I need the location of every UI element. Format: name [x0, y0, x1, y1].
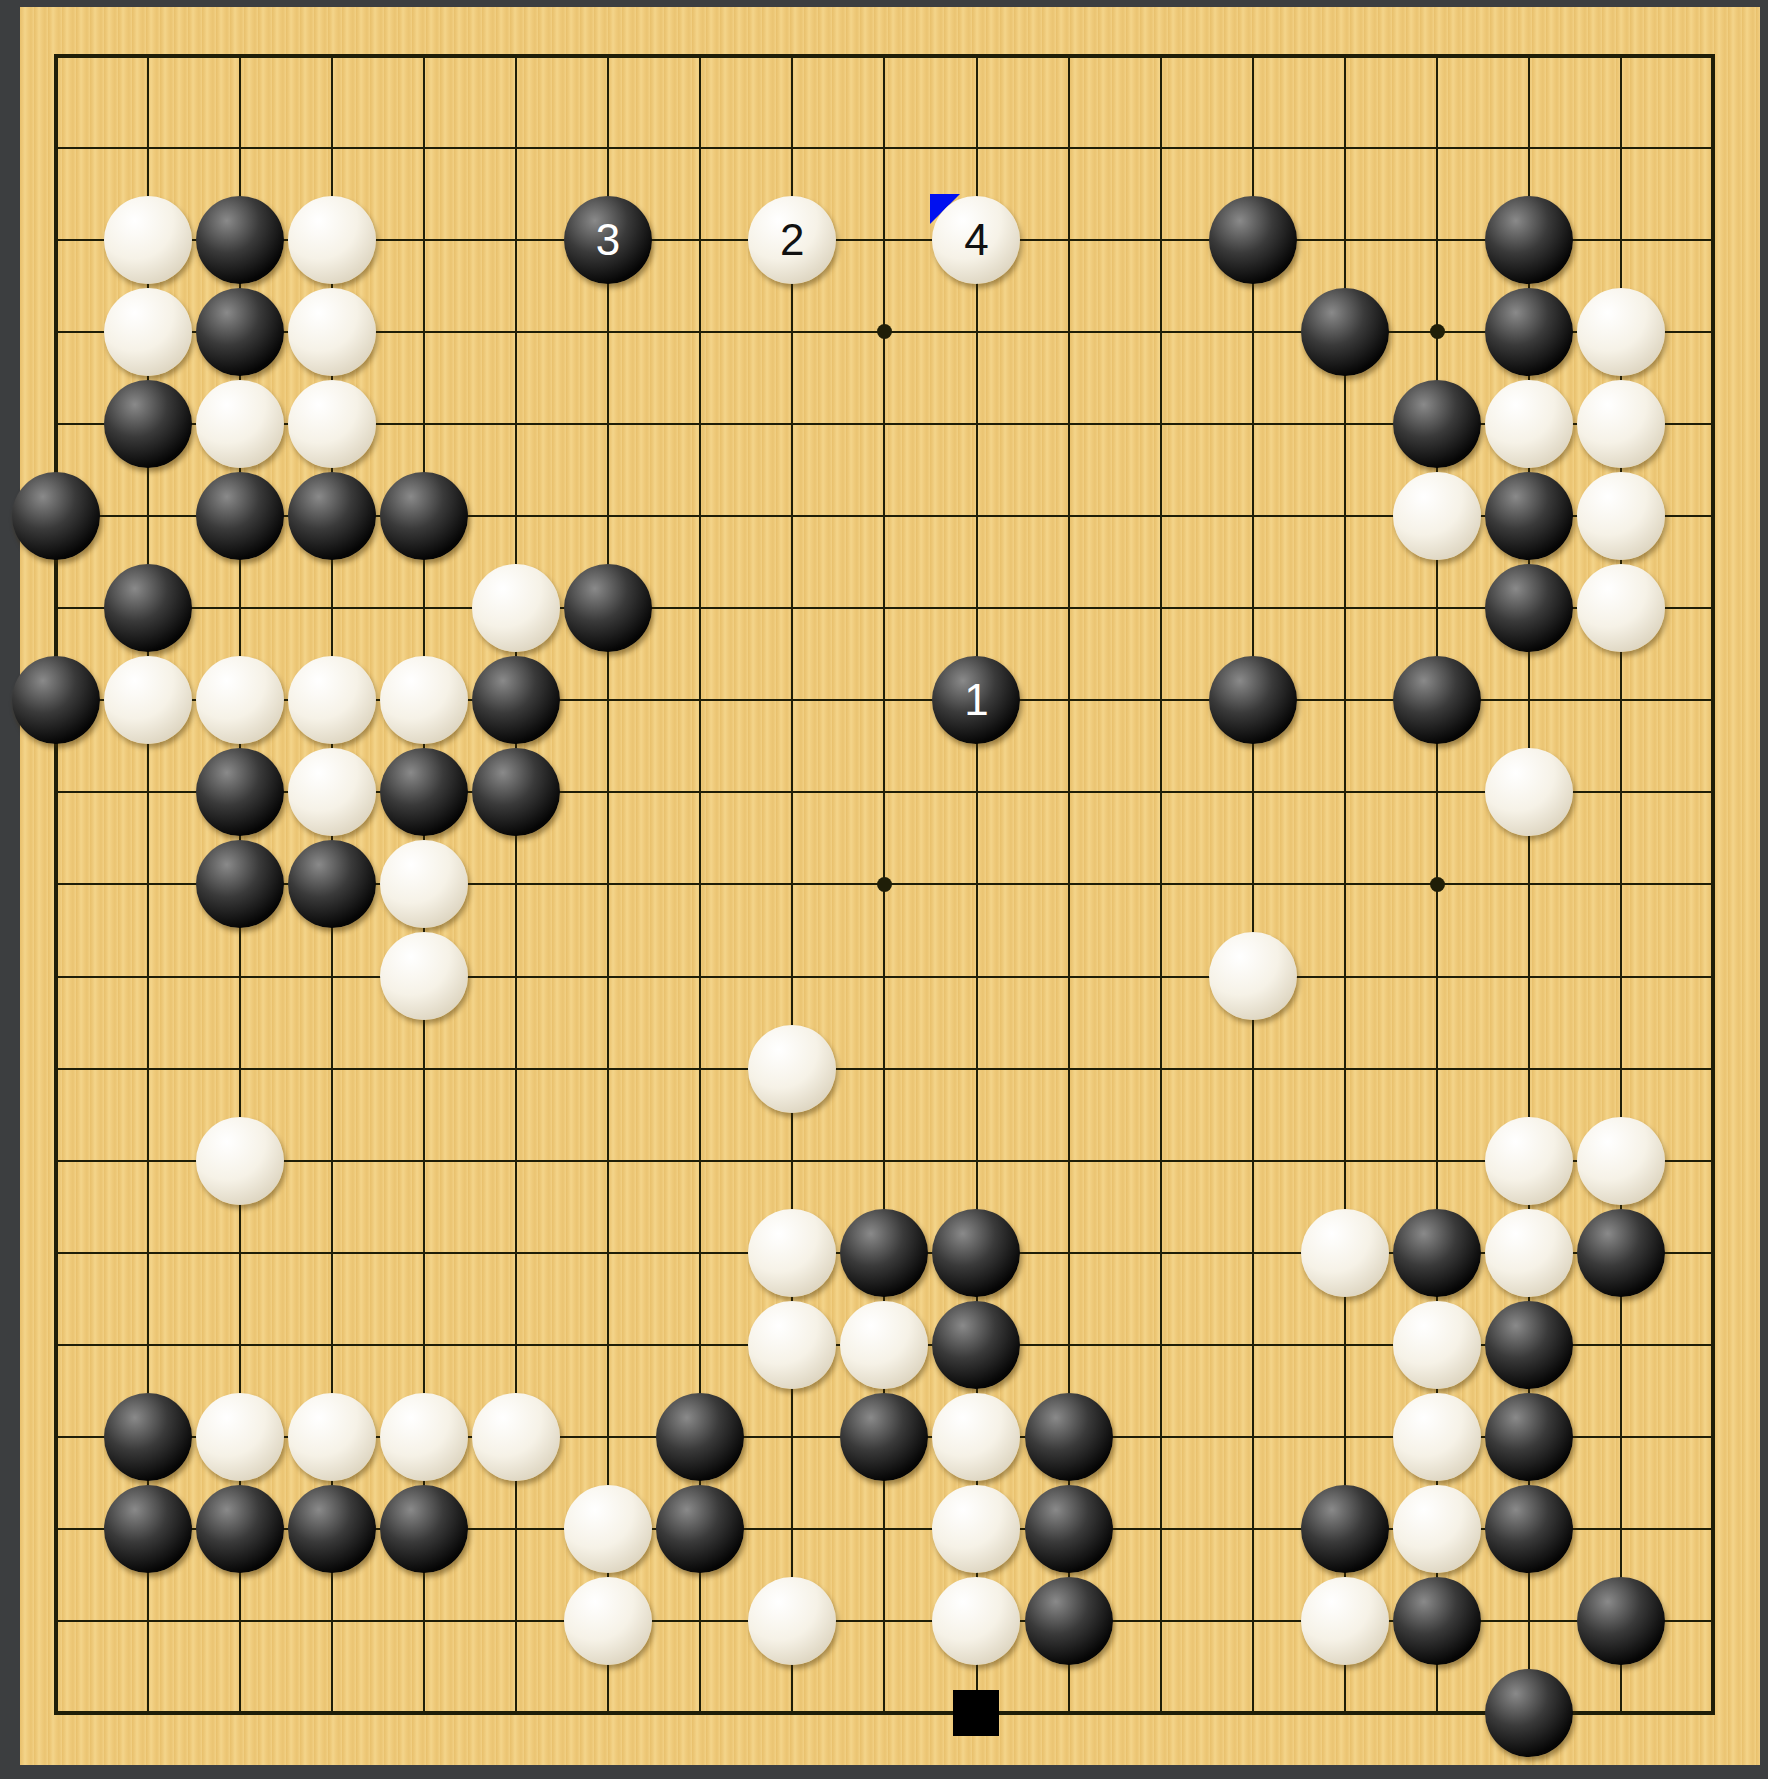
intersection-13-2[interactable] [1207, 194, 1299, 286]
intersection-0-8[interactable] [9, 746, 101, 838]
intersection-0-17[interactable] [9, 1575, 101, 1667]
intersection-13-8[interactable] [1207, 746, 1299, 838]
white-stone[interactable] [1577, 1117, 1665, 1205]
intersection-3-6[interactable] [286, 562, 378, 654]
intersection-8-1[interactable] [746, 102, 838, 194]
intersection-7-13[interactable] [654, 1207, 746, 1299]
intersection-7-15[interactable] [654, 1391, 746, 1483]
intersection-8-0[interactable] [746, 9, 838, 101]
intersection-16-18[interactable] [1483, 1667, 1575, 1759]
intersection-5-5[interactable] [470, 470, 562, 562]
intersection-16-4[interactable] [1483, 378, 1575, 470]
intersection-18-14[interactable] [1667, 1299, 1759, 1391]
intersection-4-12[interactable] [378, 1115, 470, 1207]
intersection-9-2[interactable] [838, 194, 930, 286]
intersection-8-7[interactable] [746, 654, 838, 746]
intersection-11-18[interactable] [1022, 1667, 1114, 1759]
intersection-7-16[interactable] [654, 1483, 746, 1575]
intersection-8-3[interactable] [746, 286, 838, 378]
intersection-3-13[interactable] [286, 1207, 378, 1299]
intersection-2-1[interactable] [194, 102, 286, 194]
intersection-18-18[interactable] [1667, 1667, 1759, 1759]
intersection-18-15[interactable] [1667, 1391, 1759, 1483]
intersection-3-14[interactable] [286, 1299, 378, 1391]
black-stone[interactable] [104, 564, 192, 652]
intersection-16-6[interactable] [1483, 562, 1575, 654]
black-stone[interactable] [1485, 564, 1573, 652]
black-stone[interactable] [656, 1485, 744, 1573]
intersection-8-14[interactable] [746, 1299, 838, 1391]
black-stone[interactable] [1025, 1485, 1113, 1573]
intersection-8-17[interactable] [746, 1575, 838, 1667]
intersection-8-4[interactable] [746, 378, 838, 470]
intersection-6-17[interactable] [562, 1575, 654, 1667]
intersection-10-17[interactable] [930, 1575, 1022, 1667]
intersection-9-13[interactable] [838, 1207, 930, 1299]
intersection-10-13[interactable] [930, 1207, 1022, 1299]
intersection-2-8[interactable] [194, 746, 286, 838]
intersection-4-11[interactable] [378, 1022, 470, 1114]
intersection-6-18[interactable] [562, 1667, 654, 1759]
intersection-17-12[interactable] [1575, 1115, 1667, 1207]
intersection-11-17[interactable] [1022, 1575, 1114, 1667]
intersection-3-1[interactable] [286, 102, 378, 194]
intersection-5-15[interactable] [470, 1391, 562, 1483]
intersection-0-7[interactable] [9, 654, 101, 746]
white-stone[interactable] [1301, 1209, 1389, 1297]
intersection-15-1[interactable] [1391, 102, 1483, 194]
intersection-12-4[interactable] [1115, 378, 1207, 470]
intersection-0-9[interactable] [9, 838, 101, 930]
white-stone[interactable] [564, 1577, 652, 1665]
intersection-9-4[interactable] [838, 378, 930, 470]
intersection-13-13[interactable] [1207, 1207, 1299, 1299]
black-stone[interactable] [1025, 1577, 1113, 1665]
intersection-15-15[interactable] [1391, 1391, 1483, 1483]
intersection-17-5[interactable] [1575, 470, 1667, 562]
intersection-9-8[interactable] [838, 746, 930, 838]
intersection-0-11[interactable] [9, 1022, 101, 1114]
white-stone[interactable] [1393, 1393, 1481, 1481]
intersection-4-6[interactable] [378, 562, 470, 654]
intersection-8-11[interactable] [746, 1022, 838, 1114]
intersection-16-12[interactable] [1483, 1115, 1575, 1207]
black-stone[interactable] [196, 1485, 284, 1573]
intersection-15-2[interactable] [1391, 194, 1483, 286]
intersection-4-14[interactable] [378, 1299, 470, 1391]
white-stone[interactable] [196, 380, 284, 468]
intersection-3-8[interactable] [286, 746, 378, 838]
intersection-11-3[interactable] [1022, 286, 1114, 378]
intersection-17-4[interactable] [1575, 378, 1667, 470]
black-stone[interactable] [196, 840, 284, 928]
intersection-0-6[interactable] [9, 562, 101, 654]
white-stone[interactable] [1485, 380, 1573, 468]
intersection-15-16[interactable] [1391, 1483, 1483, 1575]
intersection-11-2[interactable] [1022, 194, 1114, 286]
intersection-9-9[interactable] [838, 838, 930, 930]
intersection-3-7[interactable] [286, 654, 378, 746]
intersection-6-12[interactable] [562, 1115, 654, 1207]
black-stone[interactable] [288, 840, 376, 928]
intersection-7-1[interactable] [654, 102, 746, 194]
intersection-13-17[interactable] [1207, 1575, 1299, 1667]
white-stone[interactable] [472, 564, 560, 652]
intersection-12-13[interactable] [1115, 1207, 1207, 1299]
intersection-16-11[interactable] [1483, 1022, 1575, 1114]
intersection-14-3[interactable] [1299, 286, 1391, 378]
intersection-3-2[interactable] [286, 194, 378, 286]
intersection-6-2[interactable]: 3 [562, 194, 654, 286]
intersection-17-18[interactable] [1575, 1667, 1667, 1759]
intersection-16-7[interactable] [1483, 654, 1575, 746]
black-stone[interactable] [932, 1301, 1020, 1389]
intersection-13-16[interactable] [1207, 1483, 1299, 1575]
intersection-1-10[interactable] [102, 930, 194, 1022]
intersection-14-0[interactable] [1299, 9, 1391, 101]
intersection-3-17[interactable] [286, 1575, 378, 1667]
intersection-11-16[interactable] [1022, 1483, 1114, 1575]
intersection-0-13[interactable] [9, 1207, 101, 1299]
white-stone[interactable] [1485, 1209, 1573, 1297]
white-stone[interactable] [748, 1577, 836, 1665]
intersection-2-14[interactable] [194, 1299, 286, 1391]
intersection-2-2[interactable] [194, 194, 286, 286]
intersection-6-11[interactable] [562, 1022, 654, 1114]
intersection-14-7[interactable] [1299, 654, 1391, 746]
intersection-7-4[interactable] [654, 378, 746, 470]
intersection-9-6[interactable] [838, 562, 930, 654]
black-stone[interactable] [196, 472, 284, 560]
intersection-12-1[interactable] [1115, 102, 1207, 194]
intersection-17-2[interactable] [1575, 194, 1667, 286]
intersection-1-14[interactable] [102, 1299, 194, 1391]
intersection-9-12[interactable] [838, 1115, 930, 1207]
intersection-15-13[interactable] [1391, 1207, 1483, 1299]
intersection-18-6[interactable] [1667, 562, 1759, 654]
black-stone[interactable] [840, 1209, 928, 1297]
intersection-5-2[interactable] [470, 194, 562, 286]
intersection-16-13[interactable] [1483, 1207, 1575, 1299]
intersection-9-10[interactable] [838, 930, 930, 1022]
white-stone[interactable] [1393, 1301, 1481, 1389]
white-stone[interactable] [932, 1393, 1020, 1481]
black-stone[interactable] [656, 1393, 744, 1481]
black-stone[interactable] [1577, 1577, 1665, 1665]
white-stone[interactable] [380, 932, 468, 1020]
intersection-2-12[interactable] [194, 1115, 286, 1207]
white-stone[interactable] [288, 196, 376, 284]
intersection-10-10[interactable] [930, 930, 1022, 1022]
intersection-16-5[interactable] [1483, 470, 1575, 562]
intersection-15-4[interactable] [1391, 378, 1483, 470]
intersection-4-3[interactable] [378, 286, 470, 378]
white-stone[interactable] [748, 1025, 836, 1113]
black-stone[interactable] [104, 1485, 192, 1573]
intersection-7-2[interactable] [654, 194, 746, 286]
white-stone[interactable] [748, 1209, 836, 1297]
intersection-5-16[interactable] [470, 1483, 562, 1575]
intersection-9-16[interactable] [838, 1483, 930, 1575]
intersection-3-4[interactable] [286, 378, 378, 470]
intersection-3-9[interactable] [286, 838, 378, 930]
black-stone[interactable] [472, 748, 560, 836]
intersection-1-11[interactable] [102, 1022, 194, 1114]
intersection-13-15[interactable] [1207, 1391, 1299, 1483]
intersection-8-10[interactable] [746, 930, 838, 1022]
intersection-14-8[interactable] [1299, 746, 1391, 838]
intersection-3-10[interactable] [286, 930, 378, 1022]
intersection-12-12[interactable] [1115, 1115, 1207, 1207]
intersection-8-18[interactable] [746, 1667, 838, 1759]
intersection-2-17[interactable] [194, 1575, 286, 1667]
black-stone[interactable] [1485, 1301, 1573, 1389]
intersection-10-18[interactable] [930, 1667, 1022, 1759]
white-stone[interactable] [1577, 564, 1665, 652]
intersection-10-0[interactable] [930, 9, 1022, 101]
white-stone[interactable] [104, 288, 192, 376]
black-stone[interactable] [104, 380, 192, 468]
intersection-16-16[interactable] [1483, 1483, 1575, 1575]
intersection-11-5[interactable] [1022, 470, 1114, 562]
black-stone[interactable] [932, 1209, 1020, 1297]
intersection-8-9[interactable] [746, 838, 838, 930]
intersection-18-8[interactable] [1667, 746, 1759, 838]
white-stone[interactable] [1577, 472, 1665, 560]
intersection-8-15[interactable] [746, 1391, 838, 1483]
intersection-14-2[interactable] [1299, 194, 1391, 286]
white-stone[interactable] [1485, 1117, 1573, 1205]
intersection-14-4[interactable] [1299, 378, 1391, 470]
intersection-14-12[interactable] [1299, 1115, 1391, 1207]
white-stone[interactable] [380, 656, 468, 744]
intersection-18-11[interactable] [1667, 1022, 1759, 1114]
intersection-17-11[interactable] [1575, 1022, 1667, 1114]
intersection-9-11[interactable] [838, 1022, 930, 1114]
intersection-7-5[interactable] [654, 470, 746, 562]
white-stone[interactable] [1209, 932, 1297, 1020]
intersection-6-5[interactable] [562, 470, 654, 562]
intersection-11-12[interactable] [1022, 1115, 1114, 1207]
intersection-7-0[interactable] [654, 9, 746, 101]
intersection-4-15[interactable] [378, 1391, 470, 1483]
intersection-9-15[interactable] [838, 1391, 930, 1483]
intersection-16-3[interactable] [1483, 286, 1575, 378]
intersection-4-8[interactable] [378, 746, 470, 838]
intersection-3-15[interactable] [286, 1391, 378, 1483]
intersection-18-9[interactable] [1667, 838, 1759, 930]
intersection-7-17[interactable] [654, 1575, 746, 1667]
white-stone[interactable] [104, 656, 192, 744]
intersection-17-8[interactable] [1575, 746, 1667, 838]
intersection-13-6[interactable] [1207, 562, 1299, 654]
intersection-15-3[interactable] [1391, 286, 1483, 378]
intersection-16-10[interactable] [1483, 930, 1575, 1022]
intersection-8-16[interactable] [746, 1483, 838, 1575]
intersection-6-1[interactable] [562, 102, 654, 194]
intersection-1-2[interactable] [102, 194, 194, 286]
intersection-12-7[interactable] [1115, 654, 1207, 746]
intersection-5-18[interactable] [470, 1667, 562, 1759]
intersection-6-9[interactable] [562, 838, 654, 930]
intersection-15-9[interactable] [1391, 838, 1483, 930]
white-stone[interactable] [1485, 748, 1573, 836]
intersection-17-16[interactable] [1575, 1483, 1667, 1575]
intersection-12-18[interactable] [1115, 1667, 1207, 1759]
intersection-9-5[interactable] [838, 470, 930, 562]
intersection-1-1[interactable] [102, 102, 194, 194]
intersection-11-6[interactable] [1022, 562, 1114, 654]
intersection-9-3[interactable] [838, 286, 930, 378]
intersection-5-0[interactable] [470, 9, 562, 101]
intersection-5-9[interactable] [470, 838, 562, 930]
intersection-13-11[interactable] [1207, 1022, 1299, 1114]
black-stone[interactable] [1485, 288, 1573, 376]
intersection-17-17[interactable] [1575, 1575, 1667, 1667]
intersection-0-14[interactable] [9, 1299, 101, 1391]
black-stone[interactable] [380, 1485, 468, 1573]
intersection-10-5[interactable] [930, 470, 1022, 562]
intersection-16-0[interactable] [1483, 9, 1575, 101]
intersection-15-5[interactable] [1391, 470, 1483, 562]
intersection-17-0[interactable] [1575, 9, 1667, 101]
intersection-0-0[interactable] [9, 9, 101, 101]
black-stone[interactable] [1209, 656, 1297, 744]
white-stone[interactable] [380, 840, 468, 928]
intersection-5-10[interactable] [470, 930, 562, 1022]
intersection-0-10[interactable] [9, 930, 101, 1022]
intersection-14-10[interactable] [1299, 930, 1391, 1022]
intersection-12-17[interactable] [1115, 1575, 1207, 1667]
white-stone[interactable] [932, 1577, 1020, 1665]
intersection-15-10[interactable] [1391, 930, 1483, 1022]
intersection-11-14[interactable] [1022, 1299, 1114, 1391]
intersection-1-18[interactable] [102, 1667, 194, 1759]
white-stone[interactable] [932, 1485, 1020, 1573]
intersection-17-14[interactable] [1575, 1299, 1667, 1391]
intersection-15-18[interactable] [1391, 1667, 1483, 1759]
intersection-8-2[interactable]: 2 [746, 194, 838, 286]
black-stone[interactable] [1025, 1393, 1113, 1481]
intersection-7-12[interactable] [654, 1115, 746, 1207]
black-stone[interactable] [564, 564, 652, 652]
intersection-14-1[interactable] [1299, 102, 1391, 194]
intersection-13-7[interactable] [1207, 654, 1299, 746]
intersection-13-5[interactable] [1207, 470, 1299, 562]
intersection-2-3[interactable] [194, 286, 286, 378]
white-stone[interactable] [196, 656, 284, 744]
intersection-13-18[interactable] [1207, 1667, 1299, 1759]
white-stone[interactable] [1393, 472, 1481, 560]
intersection-11-7[interactable] [1022, 654, 1114, 746]
intersection-10-14[interactable] [930, 1299, 1022, 1391]
black-stone[interactable] [1485, 472, 1573, 560]
intersection-3-11[interactable] [286, 1022, 378, 1114]
intersection-5-6[interactable] [470, 562, 562, 654]
intersection-3-5[interactable] [286, 470, 378, 562]
intersection-7-8[interactable] [654, 746, 746, 838]
intersection-3-12[interactable] [286, 1115, 378, 1207]
intersection-9-1[interactable] [838, 102, 930, 194]
intersection-18-1[interactable] [1667, 102, 1759, 194]
intersection-1-5[interactable] [102, 470, 194, 562]
intersection-2-7[interactable] [194, 654, 286, 746]
intersection-11-15[interactable] [1022, 1391, 1114, 1483]
white-stone[interactable] [288, 656, 376, 744]
intersection-12-15[interactable] [1115, 1391, 1207, 1483]
intersection-1-3[interactable] [102, 286, 194, 378]
intersection-12-0[interactable] [1115, 9, 1207, 101]
intersection-14-15[interactable] [1299, 1391, 1391, 1483]
white-stone[interactable] [380, 1393, 468, 1481]
intersection-16-8[interactable] [1483, 746, 1575, 838]
intersection-10-15[interactable] [930, 1391, 1022, 1483]
intersection-1-6[interactable] [102, 562, 194, 654]
intersection-10-6[interactable] [930, 562, 1022, 654]
intersection-6-4[interactable] [562, 378, 654, 470]
intersection-15-6[interactable] [1391, 562, 1483, 654]
intersection-11-10[interactable] [1022, 930, 1114, 1022]
intersection-6-14[interactable] [562, 1299, 654, 1391]
intersection-9-0[interactable] [838, 9, 930, 101]
intersection-17-9[interactable] [1575, 838, 1667, 930]
black-stone[interactable] [1393, 380, 1481, 468]
intersection-4-7[interactable] [378, 654, 470, 746]
intersection-11-11[interactable] [1022, 1022, 1114, 1114]
intersection-8-6[interactable] [746, 562, 838, 654]
intersection-10-9[interactable] [930, 838, 1022, 930]
intersection-1-13[interactable] [102, 1207, 194, 1299]
intersection-6-16[interactable] [562, 1483, 654, 1575]
white-stone[interactable] [840, 1301, 928, 1389]
intersection-2-6[interactable] [194, 562, 286, 654]
intersection-13-1[interactable] [1207, 102, 1299, 194]
intersection-0-12[interactable] [9, 1115, 101, 1207]
intersection-17-13[interactable] [1575, 1207, 1667, 1299]
intersection-16-9[interactable] [1483, 838, 1575, 930]
intersection-18-7[interactable] [1667, 654, 1759, 746]
intersection-12-11[interactable] [1115, 1022, 1207, 1114]
intersection-9-7[interactable] [838, 654, 930, 746]
intersection-0-3[interactable] [9, 286, 101, 378]
intersection-2-9[interactable] [194, 838, 286, 930]
intersection-5-14[interactable] [470, 1299, 562, 1391]
intersection-2-0[interactable] [194, 9, 286, 101]
intersection-4-4[interactable] [378, 378, 470, 470]
intersection-17-7[interactable] [1575, 654, 1667, 746]
intersection-4-1[interactable] [378, 102, 470, 194]
intersection-12-5[interactable] [1115, 470, 1207, 562]
intersection-10-7[interactable]: 1 [930, 654, 1022, 746]
intersection-0-16[interactable] [9, 1483, 101, 1575]
intersection-10-12[interactable] [930, 1115, 1022, 1207]
intersection-8-5[interactable] [746, 470, 838, 562]
intersection-11-8[interactable] [1022, 746, 1114, 838]
white-stone[interactable] [288, 380, 376, 468]
black-stone[interactable] [1393, 1577, 1481, 1665]
intersection-17-15[interactable] [1575, 1391, 1667, 1483]
intersection-12-2[interactable] [1115, 194, 1207, 286]
intersection-1-0[interactable] [102, 9, 194, 101]
intersection-18-3[interactable] [1667, 286, 1759, 378]
intersection-4-5[interactable] [378, 470, 470, 562]
intersection-11-9[interactable] [1022, 838, 1114, 930]
intersection-6-3[interactable] [562, 286, 654, 378]
black-stone[interactable] [196, 288, 284, 376]
white-stone[interactable] [288, 748, 376, 836]
intersection-5-13[interactable] [470, 1207, 562, 1299]
intersection-1-16[interactable] [102, 1483, 194, 1575]
